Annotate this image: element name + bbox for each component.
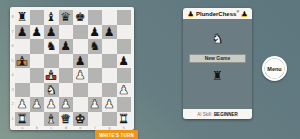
square-c3[interactable]: ♞ <box>44 83 59 98</box>
turn-banner: WHITE'S TURN <box>95 130 138 139</box>
square-e5[interactable]: ♟ <box>73 54 88 69</box>
square-d8[interactable]: ♛ <box>59 10 74 25</box>
square-e2[interactable] <box>73 97 88 112</box>
white-rook-icon[interactable]: ♜ <box>117 112 132 127</box>
square-d6[interactable]: ♟ <box>59 39 74 54</box>
white-knight-icon[interactable]: ♞ <box>44 83 59 98</box>
black-rook-icon: ♜ <box>212 70 223 82</box>
black-pawn-icon[interactable]: ♟ <box>102 25 117 40</box>
square-g1[interactable] <box>102 112 117 127</box>
square-h6[interactable] <box>117 39 132 54</box>
square-b1[interactable] <box>30 112 45 127</box>
white-bishop-icon[interactable]: ♝ <box>44 68 59 83</box>
white-king-icon[interactable]: ♚ <box>73 112 88 127</box>
square-f7[interactable]: ♟ <box>88 25 103 40</box>
square-h5[interactable]: ♟ <box>117 54 132 69</box>
black-pawn-icon[interactable]: ♟ <box>73 54 88 69</box>
square-h1[interactable]: ♜ <box>117 112 132 127</box>
white-bishop-icon[interactable]: ♝ <box>44 112 59 127</box>
square-f3[interactable] <box>88 83 103 98</box>
file-label-c: c <box>44 126 59 130</box>
white-pawn-icon[interactable]: ♟ <box>117 83 132 98</box>
square-b2[interactable]: ♟ <box>30 97 45 112</box>
white-rook-icon[interactable]: ♜ <box>15 112 30 127</box>
square-b7[interactable]: ♟ <box>30 25 45 40</box>
white-pawn-icon[interactable]: ♟ <box>15 97 30 112</box>
white-pawn-icon[interactable]: ♟ <box>59 97 74 112</box>
logo-pawn-icon: ♟ <box>187 10 194 18</box>
square-h2[interactable] <box>117 97 132 112</box>
black-pawn-icon[interactable]: ♟ <box>88 25 103 40</box>
square-a5[interactable]: ♝ <box>15 54 30 69</box>
square-f1[interactable] <box>88 112 103 127</box>
square-c4[interactable]: ♝ <box>44 68 59 83</box>
square-d4[interactable] <box>59 68 74 83</box>
trademark-symbol: ® <box>236 10 239 14</box>
square-h8[interactable] <box>117 10 132 25</box>
chess-board-frame: ♜♝♛♚♟♟♟♟♟♞♟♞♝♟♟♝♟♞♟♟♟♟♟♟♟♜♝♛♚♜ 87654321a… <box>10 7 134 130</box>
square-a8[interactable]: ♜ <box>15 10 30 25</box>
square-c7[interactable]: ♟ <box>44 25 59 40</box>
panel-body: ♞ New Game ♜ <box>183 19 252 109</box>
square-g8[interactable] <box>102 10 117 25</box>
square-g6[interactable] <box>102 39 117 54</box>
square-e3[interactable] <box>73 83 88 98</box>
square-f6[interactable]: ♞ <box>88 39 103 54</box>
rank-label-8: 8 <box>11 15 14 19</box>
file-label-b: b <box>30 126 45 130</box>
square-c2[interactable]: ♟ <box>44 97 59 112</box>
white-pawn-icon[interactable]: ♟ <box>73 68 88 83</box>
square-c5[interactable] <box>44 54 59 69</box>
rank-label-3: 3 <box>11 88 14 92</box>
square-h4[interactable] <box>117 68 132 83</box>
square-a4[interactable] <box>15 68 30 83</box>
square-d3[interactable] <box>59 83 74 98</box>
square-g4[interactable] <box>102 68 117 83</box>
black-bishop-icon[interactable]: ♝ <box>15 54 30 69</box>
square-g3[interactable] <box>102 83 117 98</box>
rank-label-5: 5 <box>11 59 14 63</box>
black-pawn-icon[interactable]: ♟ <box>15 25 30 40</box>
square-d1[interactable]: ♛ <box>59 112 74 127</box>
rank-label-4: 4 <box>11 73 14 77</box>
white-pawn-icon[interactable]: ♟ <box>30 97 45 112</box>
square-e4[interactable]: ♟ <box>73 68 88 83</box>
black-pawn-icon[interactable]: ♟ <box>30 25 45 40</box>
black-pawn-icon[interactable]: ♟ <box>59 39 74 54</box>
file-label-e: e <box>73 126 88 130</box>
white-pawn-icon[interactable]: ♟ <box>44 97 59 112</box>
ai-skill-value: BEGINNER <box>214 112 238 117</box>
square-c6[interactable]: ♞ <box>44 39 59 54</box>
square-d7[interactable] <box>59 25 74 40</box>
square-e6[interactable] <box>73 39 88 54</box>
black-pawn-icon[interactable]: ♟ <box>44 25 59 40</box>
square-e7[interactable] <box>73 25 88 40</box>
square-a6[interactable] <box>15 39 30 54</box>
square-g5[interactable] <box>102 54 117 69</box>
square-h3[interactable]: ♟ <box>117 83 132 98</box>
rank-label-2: 2 <box>11 102 14 106</box>
white-pawn-icon[interactable]: ♟ <box>102 97 117 112</box>
black-rook-icon[interactable]: ♜ <box>15 10 30 25</box>
chess-board[interactable]: ♜♝♛♚♟♟♟♟♟♞♟♞♝♟♟♝♟♞♟♟♟♟♟♟♟♜♝♛♚♜ <box>15 10 131 126</box>
square-d2[interactable]: ♟ <box>59 97 74 112</box>
logo-pawn-icon: ♟ <box>241 10 248 18</box>
square-g2[interactable]: ♟ <box>102 97 117 112</box>
ai-skill-bar: AI Skill: BEGINNER <box>183 109 252 119</box>
square-b8[interactable] <box>30 10 45 25</box>
white-queen-icon[interactable]: ♛ <box>59 112 74 127</box>
ai-skill-label: AI Skill: <box>197 112 212 117</box>
black-king-icon[interactable]: ♚ <box>73 10 88 25</box>
file-label-a: a <box>15 126 30 130</box>
square-f4[interactable] <box>88 68 103 83</box>
square-e1[interactable]: ♚ <box>73 112 88 127</box>
menu-button[interactable]: Menu <box>262 56 287 81</box>
rank-label-1: 1 <box>11 117 14 121</box>
square-b3[interactable] <box>30 83 45 98</box>
app-screen: ♜♝♛♚♟♟♟♟♟♞♟♞♝♟♟♝♟♞♟♟♟♟♟♟♟♜♝♛♚♜ 87654321a… <box>0 0 300 139</box>
white-pawn-icon[interactable]: ♟ <box>88 97 103 112</box>
square-f5[interactable] <box>88 54 103 69</box>
square-b6[interactable] <box>30 39 45 54</box>
app-title: PlunderChess® <box>196 10 239 17</box>
square-a7[interactable]: ♟ <box>15 25 30 40</box>
game-panel: ♟ PlunderChess® ♟ ♞ New Game ♜ AI Skill:… <box>183 8 252 119</box>
square-b4[interactable] <box>30 68 45 83</box>
square-a1[interactable]: ♜ <box>15 112 30 127</box>
black-knight-icon[interactable]: ♞ <box>88 39 103 54</box>
black-bishop-icon[interactable]: ♝ <box>44 10 59 25</box>
square-f8[interactable] <box>88 10 103 25</box>
square-c1[interactable]: ♝ <box>44 112 59 127</box>
panel-header: ♟ PlunderChess® ♟ <box>183 8 252 19</box>
square-f2[interactable]: ♟ <box>88 97 103 112</box>
square-e8[interactable]: ♚ <box>73 10 88 25</box>
black-knight-icon[interactable]: ♞ <box>44 39 59 54</box>
file-label-d: d <box>59 126 74 130</box>
square-g7[interactable]: ♟ <box>102 25 117 40</box>
rank-label-6: 6 <box>11 44 14 48</box>
square-c8[interactable]: ♝ <box>44 10 59 25</box>
square-d5[interactable] <box>59 54 74 69</box>
new-game-button[interactable]: New Game <box>189 54 246 63</box>
square-a2[interactable]: ♟ <box>15 97 30 112</box>
square-b5[interactable] <box>30 54 45 69</box>
rank-label-7: 7 <box>11 30 14 34</box>
square-h7[interactable] <box>117 25 132 40</box>
square-a3[interactable] <box>15 83 30 98</box>
black-queen-icon[interactable]: ♛ <box>59 10 74 25</box>
white-knight-icon: ♞ <box>212 32 224 45</box>
black-pawn-icon[interactable]: ♟ <box>117 54 132 69</box>
